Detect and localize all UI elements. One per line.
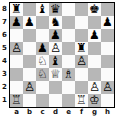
square-h3[interactable] — [101, 68, 114, 81]
rank-label-7: 7 — [1, 16, 8, 29]
square-a3[interactable] — [10, 68, 23, 81]
square-f4[interactable]: ♙ — [75, 55, 88, 68]
square-f6[interactable] — [75, 29, 88, 42]
square-c4[interactable]: ♘ — [36, 55, 49, 68]
square-f2[interactable] — [75, 81, 88, 94]
square-b3[interactable] — [23, 68, 36, 81]
piece-white-knight: ♘ — [37, 55, 48, 68]
board-wrap: ♜♝♛♚♟♟♞♟♟♟♙♟♙♜♘♝♙♘♕♗♙♙♙♖♖♔ — [9, 2, 115, 108]
square-d3[interactable]: ♕ — [49, 68, 62, 81]
file-label-d: d — [49, 108, 62, 117]
square-g3[interactable] — [88, 68, 101, 81]
rank-label-3: 3 — [1, 68, 8, 81]
square-a8[interactable]: ♜ — [10, 3, 23, 16]
rank-label-6: 6 — [1, 29, 8, 42]
piece-black-bishop: ♝ — [37, 3, 48, 16]
square-d6[interactable]: ♟ — [49, 29, 62, 42]
square-a5[interactable]: ♙ — [10, 42, 23, 55]
file-label-b: b — [23, 108, 36, 117]
square-g2[interactable]: ♙ — [88, 81, 101, 94]
square-b8[interactable] — [23, 3, 36, 16]
square-d1[interactable] — [49, 94, 62, 107]
piece-black-pawn: ♟ — [89, 29, 100, 42]
square-g7[interactable] — [88, 16, 101, 29]
square-f7[interactable] — [75, 16, 88, 29]
square-f8[interactable] — [75, 3, 88, 16]
square-h7[interactable]: ♟ — [101, 16, 114, 29]
square-e3[interactable]: ♗ — [62, 68, 75, 81]
square-b1[interactable] — [23, 94, 36, 107]
square-f1[interactable]: ♖ — [75, 94, 88, 107]
piece-black-queen: ♛ — [50, 3, 61, 16]
piece-white-pawn: ♙ — [89, 81, 100, 94]
square-f5[interactable]: ♜ — [75, 42, 88, 55]
rank-label-8: 8 — [1, 3, 8, 16]
piece-white-knight: ♘ — [37, 68, 48, 81]
piece-black-bishop: ♝ — [50, 55, 61, 68]
piece-black-pawn: ♟ — [24, 16, 35, 29]
square-b4[interactable] — [23, 55, 36, 68]
piece-white-pawn: ♙ — [50, 42, 61, 55]
square-c8[interactable]: ♝ — [36, 3, 49, 16]
square-a2[interactable] — [10, 81, 23, 94]
square-a1[interactable]: ♖ — [10, 94, 23, 107]
square-c6[interactable] — [36, 29, 49, 42]
square-a4[interactable] — [10, 55, 23, 68]
square-e4[interactable] — [62, 55, 75, 68]
piece-black-rook: ♜ — [76, 42, 87, 55]
file-label-f: f — [75, 108, 88, 117]
square-g1[interactable]: ♔ — [88, 94, 101, 107]
piece-black-pawn: ♟ — [11, 16, 22, 29]
file-label-e: e — [62, 108, 75, 117]
piece-white-pawn: ♙ — [76, 55, 87, 68]
piece-white-pawn: ♙ — [24, 81, 35, 94]
square-d8[interactable]: ♛ — [49, 3, 62, 16]
square-g5[interactable] — [88, 42, 101, 55]
square-b7[interactable]: ♟ — [23, 16, 36, 29]
square-e1[interactable] — [62, 94, 75, 107]
piece-black-pawn: ♟ — [102, 16, 113, 29]
square-e8[interactable] — [62, 3, 75, 16]
square-c7[interactable] — [36, 16, 49, 29]
rank-label-1: 1 — [1, 94, 8, 107]
file-label-a: a — [10, 108, 23, 117]
square-f3[interactable] — [75, 68, 88, 81]
square-h1[interactable] — [101, 94, 114, 107]
square-g4[interactable] — [88, 55, 101, 68]
chess-board: ♜♝♛♚♟♟♞♟♟♟♙♟♙♜♘♝♙♘♕♗♙♙♙♖♖♔ — [9, 2, 115, 108]
square-a6[interactable] — [10, 29, 23, 42]
square-h6[interactable] — [101, 29, 114, 42]
square-g6[interactable]: ♟ — [88, 29, 101, 42]
rank-label-4: 4 — [1, 55, 8, 68]
square-e5[interactable] — [62, 42, 75, 55]
piece-white-rook: ♖ — [76, 94, 87, 107]
square-b5[interactable] — [23, 42, 36, 55]
file-labels: abcdefgh — [10, 108, 114, 117]
file-label-c: c — [36, 108, 49, 117]
square-c5[interactable]: ♟ — [36, 42, 49, 55]
file-label-g: g — [88, 108, 101, 117]
square-d7[interactable]: ♞ — [49, 16, 62, 29]
piece-white-queen: ♕ — [50, 68, 61, 81]
piece-white-king: ♔ — [89, 94, 100, 107]
square-h2[interactable]: ♙ — [101, 81, 114, 94]
square-c3[interactable]: ♘ — [36, 68, 49, 81]
square-d4[interactable]: ♝ — [49, 55, 62, 68]
square-d2[interactable] — [49, 81, 62, 94]
square-h4[interactable] — [101, 55, 114, 68]
piece-white-pawn: ♙ — [11, 42, 22, 55]
piece-white-rook: ♖ — [11, 94, 22, 107]
piece-black-king: ♚ — [89, 3, 100, 16]
square-a7[interactable]: ♟ — [10, 16, 23, 29]
square-h5[interactable] — [101, 42, 114, 55]
square-c1[interactable] — [36, 94, 49, 107]
square-h8[interactable] — [101, 3, 114, 16]
piece-black-knight: ♞ — [50, 16, 61, 29]
square-e7[interactable] — [62, 16, 75, 29]
square-b6[interactable] — [23, 29, 36, 42]
square-e2[interactable] — [62, 81, 75, 94]
piece-black-pawn: ♟ — [37, 42, 48, 55]
square-b2[interactable]: ♙ — [23, 81, 36, 94]
rank-label-2: 2 — [1, 81, 8, 94]
square-c2[interactable] — [36, 81, 49, 94]
piece-black-pawn: ♟ — [50, 29, 61, 42]
rank-label-5: 5 — [1, 42, 8, 55]
square-g8[interactable]: ♚ — [88, 3, 101, 16]
file-label-h: h — [101, 108, 114, 117]
piece-white-pawn: ♙ — [102, 81, 113, 94]
square-e6[interactable] — [62, 29, 75, 42]
rank-labels: 87654321 — [1, 3, 8, 107]
square-d5[interactable]: ♙ — [49, 42, 62, 55]
piece-white-bishop: ♗ — [63, 68, 74, 81]
piece-black-rook: ♜ — [11, 3, 22, 16]
chess-diagram: 87654321 ♜♝♛♚♟♟♞♟♟♟♙♟♙♜♘♝♙♘♕♗♙♙♙♖♖♔ abcd… — [0, 0, 118, 118]
